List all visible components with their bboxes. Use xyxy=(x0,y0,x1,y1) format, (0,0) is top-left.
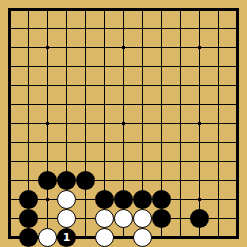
white-stone xyxy=(133,209,152,228)
intersection-i6[interactable] xyxy=(152,133,171,152)
intersection-a9[interactable] xyxy=(0,76,19,95)
black-stone xyxy=(152,190,171,209)
intersection-g5[interactable] xyxy=(114,152,133,171)
intersection-e1[interactable] xyxy=(76,228,95,247)
intersection-g10[interactable] xyxy=(114,57,133,76)
intersection-i4[interactable] xyxy=(152,171,171,190)
intersection-a5[interactable] xyxy=(0,152,19,171)
intersection-i12[interactable] xyxy=(152,19,171,38)
intersection-l5[interactable] xyxy=(209,152,228,171)
intersection-c9[interactable] xyxy=(38,76,57,95)
black-stone xyxy=(95,190,114,209)
intersection-g7[interactable] xyxy=(114,114,133,133)
intersection-a12[interactable] xyxy=(0,19,19,38)
intersection-j3[interactable] xyxy=(171,190,190,209)
intersection-a1[interactable] xyxy=(0,228,19,247)
intersection-i9[interactable] xyxy=(152,76,171,95)
intersection-b1[interactable] xyxy=(19,228,38,247)
intersection-a2[interactable] xyxy=(0,209,19,228)
move-number-label: 1 xyxy=(57,228,76,247)
intersection-c4[interactable] xyxy=(38,171,57,190)
intersection-l11[interactable] xyxy=(209,38,228,57)
intersection-e2[interactable] xyxy=(76,209,95,228)
intersection-l3[interactable] xyxy=(209,190,228,209)
intersection-d11[interactable] xyxy=(57,38,76,57)
intersection-j10[interactable] xyxy=(171,57,190,76)
intersection-a13[interactable] xyxy=(0,0,19,19)
intersection-m12[interactable] xyxy=(228,19,247,38)
intersection-b8[interactable] xyxy=(19,95,38,114)
intersection-b9[interactable] xyxy=(19,76,38,95)
black-stone xyxy=(133,190,152,209)
go-board: 1 xyxy=(0,0,247,247)
intersection-d8[interactable] xyxy=(57,95,76,114)
black-stone xyxy=(19,228,38,247)
intersection-i5[interactable] xyxy=(152,152,171,171)
intersection-f6[interactable] xyxy=(95,133,114,152)
intersection-e3[interactable] xyxy=(76,190,95,209)
intersection-f9[interactable] xyxy=(95,76,114,95)
intersection-k8[interactable] xyxy=(190,95,209,114)
intersection-a4[interactable] xyxy=(0,171,19,190)
go-diagram: 1 xyxy=(0,0,247,247)
intersection-f5[interactable] xyxy=(95,152,114,171)
intersection-l10[interactable] xyxy=(209,57,228,76)
intersection-m13[interactable] xyxy=(228,0,247,19)
intersection-i8[interactable] xyxy=(152,95,171,114)
intersection-b12[interactable] xyxy=(19,19,38,38)
intersection-m11[interactable] xyxy=(228,38,247,57)
intersection-j6[interactable] xyxy=(171,133,190,152)
white-stone xyxy=(38,228,57,247)
intersection-h6[interactable] xyxy=(133,133,152,152)
intersection-g12[interactable] xyxy=(114,19,133,38)
intersection-k10[interactable] xyxy=(190,57,209,76)
intersection-c6[interactable] xyxy=(38,133,57,152)
intersection-m1[interactable] xyxy=(228,228,247,247)
intersection-f3[interactable] xyxy=(95,190,114,209)
intersection-e4[interactable] xyxy=(76,171,95,190)
intersection-k9[interactable] xyxy=(190,76,209,95)
intersection-g1[interactable] xyxy=(114,228,133,247)
intersection-h7[interactable] xyxy=(133,114,152,133)
intersection-b6[interactable] xyxy=(19,133,38,152)
black-stone xyxy=(76,171,95,190)
intersection-b5[interactable] xyxy=(19,152,38,171)
intersection-m4[interactable] xyxy=(228,171,247,190)
intersection-g8[interactable] xyxy=(114,95,133,114)
intersection-a7[interactable] xyxy=(0,114,19,133)
intersection-e9[interactable] xyxy=(76,76,95,95)
white-stone xyxy=(57,190,76,209)
white-stone xyxy=(133,228,152,247)
intersection-h3[interactable] xyxy=(133,190,152,209)
intersection-j12[interactable] xyxy=(171,19,190,38)
board-grid: 1 xyxy=(0,0,247,247)
intersection-e7[interactable] xyxy=(76,114,95,133)
intersection-d1[interactable]: 1 xyxy=(57,228,76,247)
white-stone xyxy=(95,209,114,228)
intersection-a10[interactable] xyxy=(0,57,19,76)
intersection-k13[interactable] xyxy=(190,0,209,19)
intersection-l9[interactable] xyxy=(209,76,228,95)
intersection-f12[interactable] xyxy=(95,19,114,38)
intersection-l13[interactable] xyxy=(209,0,228,19)
intersection-h10[interactable] xyxy=(133,57,152,76)
black-stone xyxy=(190,209,209,228)
intersection-b3[interactable] xyxy=(19,190,38,209)
intersection-d10[interactable] xyxy=(57,57,76,76)
intersection-k11[interactable] xyxy=(190,38,209,57)
black-stone xyxy=(19,209,38,228)
intersection-g3[interactable] xyxy=(114,190,133,209)
intersection-h5[interactable] xyxy=(133,152,152,171)
intersection-j2[interactable] xyxy=(171,209,190,228)
intersection-l6[interactable] xyxy=(209,133,228,152)
intersection-h2[interactable] xyxy=(133,209,152,228)
intersection-h8[interactable] xyxy=(133,95,152,114)
intersection-a3[interactable] xyxy=(0,190,19,209)
intersection-a11[interactable] xyxy=(0,38,19,57)
white-stone xyxy=(57,209,76,228)
intersection-f13[interactable] xyxy=(95,0,114,19)
intersection-d12[interactable] xyxy=(57,19,76,38)
black-stone xyxy=(114,190,133,209)
white-stone xyxy=(114,209,133,228)
intersection-c1[interactable] xyxy=(38,228,57,247)
intersection-j5[interactable] xyxy=(171,152,190,171)
intersection-e6[interactable] xyxy=(76,133,95,152)
intersection-k3[interactable] xyxy=(190,190,209,209)
intersection-d5[interactable] xyxy=(57,152,76,171)
intersection-l1[interactable] xyxy=(209,228,228,247)
intersection-k2[interactable] xyxy=(190,209,209,228)
intersection-k1[interactable] xyxy=(190,228,209,247)
black-stone: 1 xyxy=(57,228,76,247)
intersection-m5[interactable] xyxy=(228,152,247,171)
intersection-j8[interactable] xyxy=(171,95,190,114)
black-stone xyxy=(152,209,171,228)
intersection-i11[interactable] xyxy=(152,38,171,57)
intersection-m7[interactable] xyxy=(228,114,247,133)
intersection-g11[interactable] xyxy=(114,38,133,57)
intersection-c2[interactable] xyxy=(38,209,57,228)
intersection-h12[interactable] xyxy=(133,19,152,38)
intersection-f10[interactable] xyxy=(95,57,114,76)
intersection-k7[interactable] xyxy=(190,114,209,133)
intersection-m8[interactable] xyxy=(228,95,247,114)
intersection-c7[interactable] xyxy=(38,114,57,133)
black-stone xyxy=(57,171,76,190)
intersection-k12[interactable] xyxy=(190,19,209,38)
intersection-i13[interactable] xyxy=(152,0,171,19)
intersection-h1[interactable] xyxy=(133,228,152,247)
intersection-h13[interactable] xyxy=(133,0,152,19)
intersection-e5[interactable] xyxy=(76,152,95,171)
black-stone xyxy=(19,190,38,209)
intersection-d2[interactable] xyxy=(57,209,76,228)
intersection-g13[interactable] xyxy=(114,0,133,19)
intersection-l2[interactable] xyxy=(209,209,228,228)
intersection-c5[interactable] xyxy=(38,152,57,171)
intersection-e11[interactable] xyxy=(76,38,95,57)
intersection-l12[interactable] xyxy=(209,19,228,38)
intersection-g2[interactable] xyxy=(114,209,133,228)
intersection-c13[interactable] xyxy=(38,0,57,19)
intersection-a8[interactable] xyxy=(0,95,19,114)
intersection-f7[interactable] xyxy=(95,114,114,133)
intersection-l7[interactable] xyxy=(209,114,228,133)
intersection-f1[interactable] xyxy=(95,228,114,247)
intersection-k4[interactable] xyxy=(190,171,209,190)
intersection-b13[interactable] xyxy=(19,0,38,19)
intersection-m2[interactable] xyxy=(228,209,247,228)
intersection-c8[interactable] xyxy=(38,95,57,114)
intersection-j7[interactable] xyxy=(171,114,190,133)
intersection-k5[interactable] xyxy=(190,152,209,171)
intersection-g9[interactable] xyxy=(114,76,133,95)
intersection-k6[interactable] xyxy=(190,133,209,152)
intersection-j13[interactable] xyxy=(171,0,190,19)
intersection-c10[interactable] xyxy=(38,57,57,76)
intersection-e10[interactable] xyxy=(76,57,95,76)
white-stone xyxy=(95,228,114,247)
intersection-f2[interactable] xyxy=(95,209,114,228)
intersection-l4[interactable] xyxy=(209,171,228,190)
intersection-h11[interactable] xyxy=(133,38,152,57)
intersection-b4[interactable] xyxy=(19,171,38,190)
intersection-d13[interactable] xyxy=(57,0,76,19)
intersection-j4[interactable] xyxy=(171,171,190,190)
intersection-d9[interactable] xyxy=(57,76,76,95)
intersection-i3[interactable] xyxy=(152,190,171,209)
intersection-j9[interactable] xyxy=(171,76,190,95)
intersection-m10[interactable] xyxy=(228,57,247,76)
intersection-i10[interactable] xyxy=(152,57,171,76)
intersection-d7[interactable] xyxy=(57,114,76,133)
intersection-m9[interactable] xyxy=(228,76,247,95)
intersection-f8[interactable] xyxy=(95,95,114,114)
intersection-a6[interactable] xyxy=(0,133,19,152)
intersection-c12[interactable] xyxy=(38,19,57,38)
intersection-e12[interactable] xyxy=(76,19,95,38)
intersection-h9[interactable] xyxy=(133,76,152,95)
intersection-i7[interactable] xyxy=(152,114,171,133)
intersection-g6[interactable] xyxy=(114,133,133,152)
intersection-j11[interactable] xyxy=(171,38,190,57)
intersection-c3[interactable] xyxy=(38,190,57,209)
intersection-e8[interactable] xyxy=(76,95,95,114)
intersection-d4[interactable] xyxy=(57,171,76,190)
intersection-l8[interactable] xyxy=(209,95,228,114)
intersection-e13[interactable] xyxy=(76,0,95,19)
intersection-m6[interactable] xyxy=(228,133,247,152)
intersection-h4[interactable] xyxy=(133,171,152,190)
intersection-d6[interactable] xyxy=(57,133,76,152)
intersection-d3[interactable] xyxy=(57,190,76,209)
intersection-g4[interactable] xyxy=(114,171,133,190)
intersection-i1[interactable] xyxy=(152,228,171,247)
intersection-b7[interactable] xyxy=(19,114,38,133)
intersection-b2[interactable] xyxy=(19,209,38,228)
black-stone xyxy=(38,171,57,190)
intersection-j1[interactable] xyxy=(171,228,190,247)
intersection-b11[interactable] xyxy=(19,38,38,57)
intersection-c11[interactable] xyxy=(38,38,57,57)
intersection-i2[interactable] xyxy=(152,209,171,228)
intersection-f4[interactable] xyxy=(95,171,114,190)
intersection-b10[interactable] xyxy=(19,57,38,76)
intersection-f11[interactable] xyxy=(95,38,114,57)
intersection-m3[interactable] xyxy=(228,190,247,209)
